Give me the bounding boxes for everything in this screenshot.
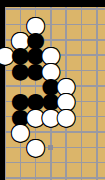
horizontal-grid-line: [0, 8, 105, 10]
white-stone: ●: [28, 140, 43, 155]
horizontal-grid-line: [0, 24, 105, 26]
vertical-grid-line: [81, 0, 83, 180]
horizontal-grid-line: [0, 177, 105, 179]
white-stone: ●: [59, 109, 74, 124]
horizontal-grid-line: [0, 162, 105, 164]
go-board[interactable]: ●●●●●●●●●●●●●●●●●●●●●●: [0, 0, 105, 180]
board-edge-top: [0, 0, 105, 7]
star-point: [48, 145, 53, 150]
vertical-grid-line: [96, 0, 98, 180]
board-edge-left: [0, 0, 5, 180]
